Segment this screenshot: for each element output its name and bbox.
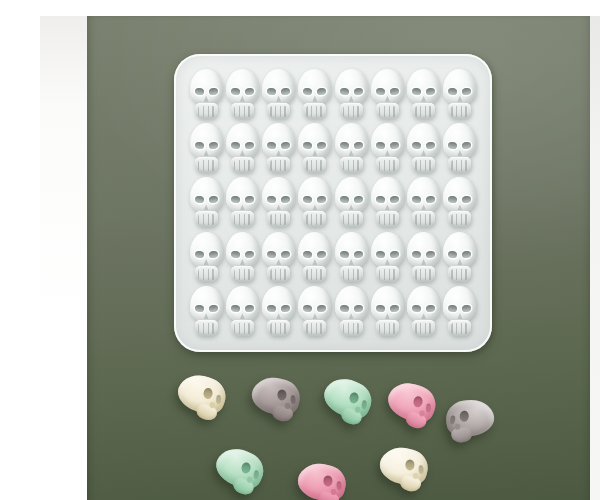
mold-skull-relief bbox=[407, 123, 440, 174]
mold-cavity bbox=[224, 285, 260, 339]
mold-skull-relief bbox=[298, 286, 331, 337]
mold-cavity bbox=[297, 121, 333, 175]
skull-eye-left bbox=[194, 87, 204, 95]
mold-skull-relief bbox=[371, 286, 404, 337]
skull-teeth-jaw bbox=[412, 320, 435, 336]
skull-teeth-jaw bbox=[412, 157, 435, 173]
skull-teeth-jaw bbox=[231, 211, 254, 227]
mold-skull-relief bbox=[407, 69, 440, 120]
skull-teeth-jaw bbox=[303, 157, 326, 173]
mold-cavity bbox=[369, 230, 405, 284]
mold-skull-relief bbox=[190, 232, 223, 283]
mold-cavity bbox=[261, 121, 297, 175]
skull-teeth-jaw bbox=[448, 157, 471, 173]
mold-skull-relief bbox=[443, 177, 476, 228]
mold-skull-relief bbox=[371, 232, 404, 283]
candy-eye-socket bbox=[277, 389, 286, 400]
mold-cavity bbox=[442, 230, 478, 284]
skull-teeth-jaw bbox=[231, 266, 254, 282]
mold-cavity bbox=[297, 230, 333, 284]
mold-cavity bbox=[369, 285, 405, 339]
skull-teeth-jaw bbox=[303, 211, 326, 227]
skull-teeth-jaw bbox=[448, 103, 471, 119]
mold-skull-relief bbox=[190, 177, 223, 228]
skull-teeth-jaw bbox=[340, 320, 363, 336]
mold-skull-relief bbox=[335, 177, 368, 228]
candy-skull-ivory bbox=[178, 376, 226, 412]
candy-eye-socket bbox=[323, 475, 332, 486]
mold-cavity bbox=[333, 121, 369, 175]
mold-cavity bbox=[261, 67, 297, 121]
mold-cavity bbox=[297, 285, 333, 339]
skull-teeth-jaw bbox=[412, 211, 435, 227]
mold-skull-relief bbox=[262, 232, 295, 283]
skull-teeth-jaw bbox=[267, 157, 290, 173]
mold-skull-relief bbox=[407, 286, 440, 337]
mold-skull-relief bbox=[298, 177, 331, 228]
skull-teeth-jaw bbox=[195, 157, 218, 173]
candy-skull-body bbox=[173, 369, 230, 419]
mold-skull-relief bbox=[335, 232, 368, 283]
mold-cavity bbox=[442, 285, 478, 339]
skull-teeth-jaw bbox=[376, 320, 399, 336]
candy-skull-body bbox=[444, 397, 497, 439]
candy-skull-gray bbox=[446, 400, 494, 436]
candy-skull-body bbox=[294, 459, 349, 500]
candy-skull-mint-green bbox=[216, 450, 264, 486]
mold-skull-relief bbox=[262, 286, 295, 337]
mold-cavity bbox=[369, 67, 405, 121]
mold-skull-relief bbox=[190, 69, 223, 120]
skull-teeth-jaw bbox=[267, 266, 290, 282]
mold-cavity bbox=[261, 176, 297, 230]
mold-cavity bbox=[442, 121, 478, 175]
mold-cavity bbox=[224, 121, 260, 175]
mold-cavity bbox=[333, 230, 369, 284]
skull-teeth-jaw bbox=[448, 211, 471, 227]
skull-eye-left bbox=[230, 87, 240, 95]
skull-eye-left bbox=[375, 87, 385, 95]
candy-skull-mint-green bbox=[324, 380, 372, 416]
skull-teeth-jaw bbox=[340, 157, 363, 173]
mold-skull-relief bbox=[226, 232, 259, 283]
mold-skull-relief bbox=[407, 177, 440, 228]
skull-teeth-jaw bbox=[303, 103, 326, 119]
mold-cavity bbox=[224, 230, 260, 284]
candy-skull-body bbox=[383, 376, 441, 427]
mold-cavity bbox=[224, 176, 260, 230]
skull-teeth-jaw bbox=[231, 320, 254, 336]
skull-teeth-jaw bbox=[340, 211, 363, 227]
mold-skull-relief bbox=[262, 69, 295, 120]
mold-skull-relief bbox=[371, 177, 404, 228]
white-margin-right bbox=[590, 16, 600, 500]
mold-cavity bbox=[333, 176, 369, 230]
mold-skull-relief bbox=[226, 123, 259, 174]
skull-teeth-jaw bbox=[195, 211, 218, 227]
mold-cavity bbox=[406, 285, 442, 339]
mold-cavity bbox=[188, 121, 224, 175]
candy-skull-taupe-gray bbox=[252, 378, 300, 414]
skull-teeth-jaw bbox=[267, 320, 290, 336]
candy-skull-body bbox=[248, 373, 303, 420]
mold-cavity bbox=[442, 176, 478, 230]
mold-cavity bbox=[261, 230, 297, 284]
skull-teeth-jaw bbox=[340, 103, 363, 119]
skull-teeth-jaw bbox=[412, 103, 435, 119]
mold-skull-relief bbox=[190, 123, 223, 174]
candy-eye-socket bbox=[405, 459, 414, 470]
skull-teeth-jaw bbox=[303, 320, 326, 336]
candy-skull-body bbox=[376, 443, 431, 490]
mold-skull-relief bbox=[298, 123, 331, 174]
mold-skull-relief bbox=[443, 232, 476, 283]
mold-skull-relief bbox=[371, 123, 404, 174]
skull-teeth-jaw bbox=[376, 157, 399, 173]
candy-skull-ivory bbox=[380, 448, 428, 484]
skull-teeth-jaw bbox=[376, 211, 399, 227]
mold-cavity bbox=[406, 176, 442, 230]
mold-skull-relief bbox=[226, 177, 259, 228]
mold-skull-relief bbox=[298, 69, 331, 120]
mold-cavity bbox=[188, 230, 224, 284]
skull-teeth-jaw bbox=[195, 103, 218, 119]
skull-teeth-jaw bbox=[376, 103, 399, 119]
candy-skull-pink bbox=[298, 464, 346, 500]
skull-teeth-jaw bbox=[195, 266, 218, 282]
mold-skull-relief bbox=[443, 123, 476, 174]
mold-cavity bbox=[261, 285, 297, 339]
mold-cavity bbox=[406, 67, 442, 121]
candy-skull-pink bbox=[388, 384, 436, 420]
mold-cavity bbox=[297, 67, 333, 121]
mold-cavity bbox=[188, 67, 224, 121]
mold-cavity bbox=[406, 121, 442, 175]
mold-skull-relief bbox=[298, 232, 331, 283]
mold-cavity bbox=[224, 67, 260, 121]
mold-skull-relief bbox=[226, 286, 259, 337]
mold-cavity bbox=[188, 176, 224, 230]
mold-skull-relief bbox=[443, 69, 476, 120]
skull-teeth-jaw bbox=[340, 266, 363, 282]
skull-teeth-jaw bbox=[267, 211, 290, 227]
skull-teeth-jaw bbox=[267, 103, 290, 119]
mold-cavity bbox=[442, 67, 478, 121]
mold-cavity bbox=[297, 176, 333, 230]
mold-cavity bbox=[333, 285, 369, 339]
mold-cavity bbox=[369, 176, 405, 230]
skull-silicone-mold bbox=[174, 54, 492, 352]
skull-teeth-jaw bbox=[448, 320, 471, 336]
skull-teeth-jaw bbox=[231, 103, 254, 119]
skull-teeth-jaw bbox=[195, 320, 218, 336]
mold-skull-relief bbox=[262, 123, 295, 174]
skull-teeth-jaw bbox=[376, 266, 399, 282]
white-margin-left bbox=[40, 16, 87, 500]
skull-teeth-jaw bbox=[448, 266, 471, 282]
skull-teeth-jaw bbox=[412, 266, 435, 282]
mold-skull-relief bbox=[443, 286, 476, 337]
skull-eye-left bbox=[339, 87, 349, 95]
mold-cavity bbox=[188, 285, 224, 339]
mold-cavity bbox=[369, 121, 405, 175]
mold-skull-relief bbox=[190, 286, 223, 337]
mold-cavity bbox=[406, 230, 442, 284]
skull-teeth-jaw bbox=[303, 266, 326, 282]
product-photo bbox=[40, 16, 600, 500]
mold-skull-relief bbox=[371, 69, 404, 120]
mold-skull-relief bbox=[335, 286, 368, 337]
mold-cavity bbox=[333, 67, 369, 121]
mold-skull-relief bbox=[407, 232, 440, 283]
mold-skull-relief bbox=[335, 69, 368, 120]
mold-skull-relief bbox=[335, 123, 368, 174]
mold-skull-relief bbox=[226, 69, 259, 120]
mold-skull-relief bbox=[262, 177, 295, 228]
skull-teeth-jaw bbox=[231, 157, 254, 173]
